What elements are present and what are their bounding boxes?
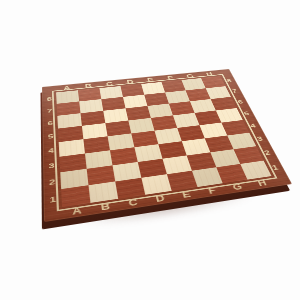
square-b1 xyxy=(88,181,118,202)
rank-label-right-6: 6 xyxy=(237,99,244,104)
file-label-bottom-a: A xyxy=(72,205,82,216)
file-label-bottom-h: H xyxy=(256,178,268,188)
rank-label-left-4: 4 xyxy=(48,147,54,154)
rank-label-left-2: 2 xyxy=(49,178,55,186)
rank-label-left-5: 5 xyxy=(48,133,54,140)
square-c6 xyxy=(103,108,128,123)
rank-label-left-1: 1 xyxy=(49,195,56,204)
rank-label-right-2: 2 xyxy=(263,149,272,156)
product-photo: ABCDEFGH ABCDEFGH 87654321 87654321 xyxy=(0,0,300,300)
board-grid xyxy=(56,76,271,207)
rank-label-right-3: 3 xyxy=(256,135,264,142)
file-label-bottom-d: D xyxy=(155,193,166,204)
rank-label-right-1: 1 xyxy=(270,163,279,171)
square-h5 xyxy=(216,108,243,123)
square-h8 xyxy=(201,76,225,88)
rank-label-left-8: 8 xyxy=(47,96,52,102)
file-label-bottom-g: G xyxy=(231,182,243,192)
square-d1 xyxy=(141,174,171,195)
square-e5 xyxy=(151,115,177,130)
rank-label-right-4: 4 xyxy=(249,122,257,128)
rank-label-right-7: 7 xyxy=(231,88,238,93)
rank-label-right-8: 8 xyxy=(226,78,233,83)
square-d7 xyxy=(123,95,147,109)
rank-label-left-3: 3 xyxy=(48,162,54,170)
square-a7 xyxy=(57,101,81,115)
rank-label-right-5: 5 xyxy=(243,110,251,116)
file-label-bottom-e: E xyxy=(181,189,192,199)
square-e8 xyxy=(141,82,165,95)
square-f3 xyxy=(182,138,211,155)
rank-label-left-7: 7 xyxy=(47,108,52,114)
square-f6 xyxy=(169,101,195,115)
file-label-bottom-c: C xyxy=(128,197,139,208)
square-c1 xyxy=(115,178,145,199)
square-a1 xyxy=(61,185,90,207)
file-label-bottom-f: F xyxy=(207,186,217,196)
file-label-bottom-b: B xyxy=(100,201,110,212)
rank-label-left-6: 6 xyxy=(47,120,53,126)
square-h2 xyxy=(234,146,264,164)
square-g7 xyxy=(186,88,211,101)
square-b8 xyxy=(78,88,101,101)
